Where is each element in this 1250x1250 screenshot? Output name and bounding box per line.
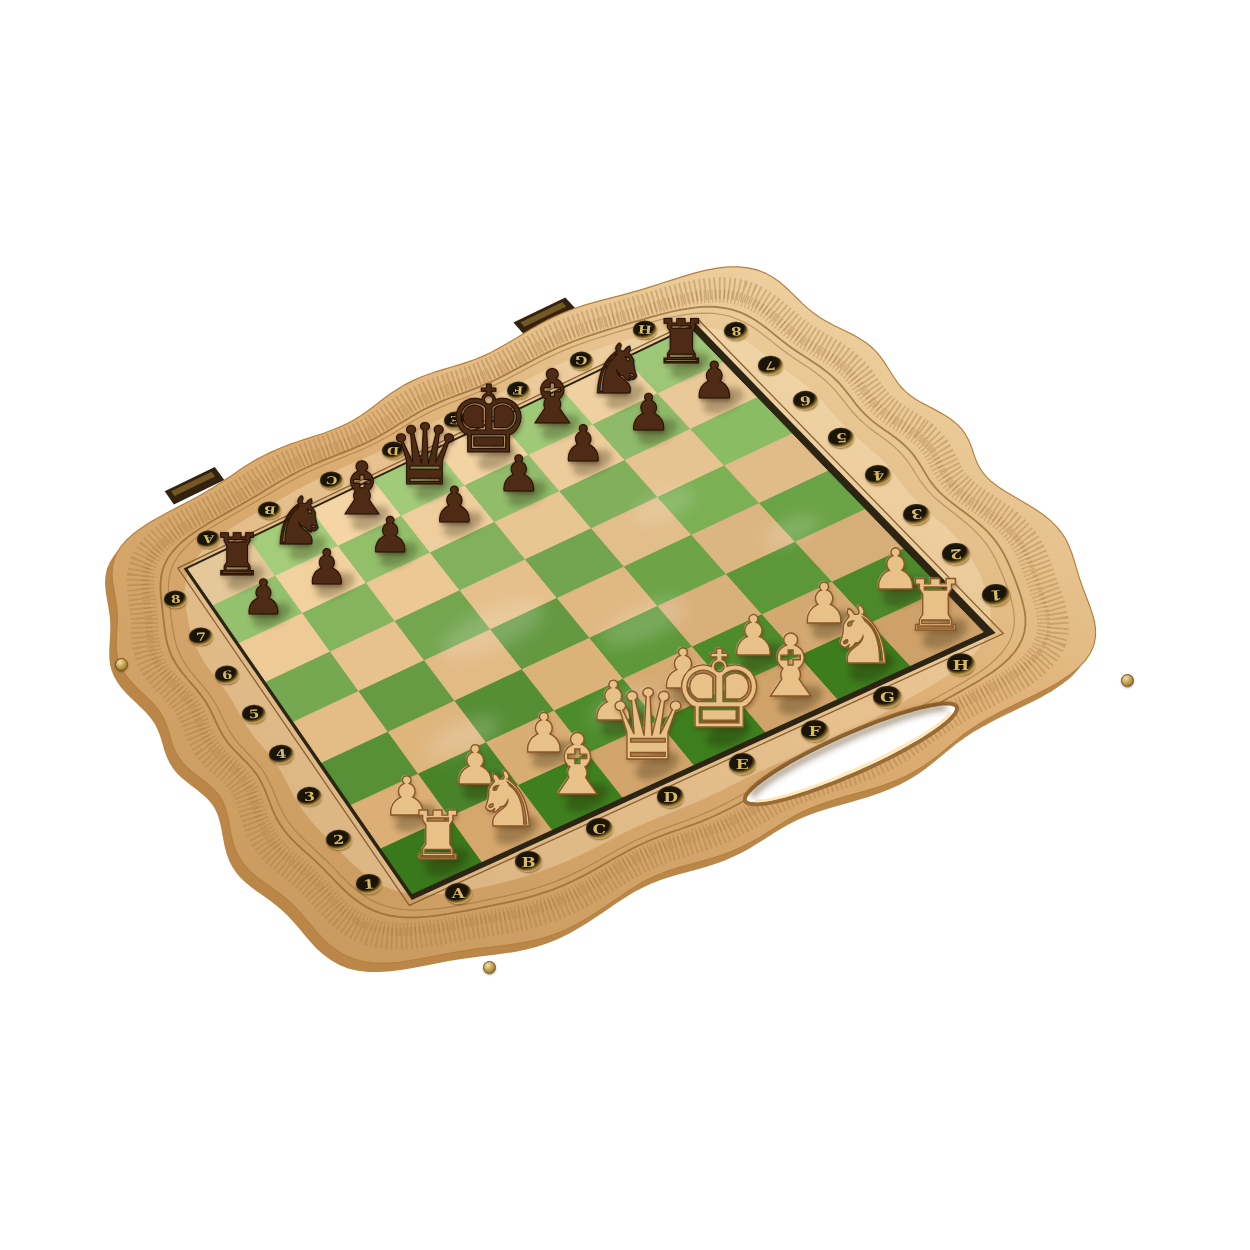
chess-case-photo: 88AA77BB66CC55DD44EE33FF22GG11HH ♜♞♟♝♟♚♟…	[0, 0, 1250, 1250]
wooden-case	[0, 0, 1250, 1250]
rank-label-left-6: 6	[215, 665, 239, 684]
file-label-bottom-f: F	[801, 720, 829, 742]
white-knight[interactable]: ♞	[827, 596, 898, 676]
black-pawn[interactable]: ♟	[432, 481, 476, 530]
rank-label-right-5: 5	[828, 428, 854, 448]
black-pawn[interactable]: ♟	[561, 419, 606, 469]
file-label-bottom-b: B	[515, 851, 542, 872]
black-pawn[interactable]: ♟	[368, 512, 412, 561]
black-pawn[interactable]: ♟	[496, 450, 541, 500]
white-bishop[interactable]: ♝	[540, 722, 615, 806]
white-knight[interactable]: ♞	[473, 762, 542, 839]
black-pawn[interactable]: ♟	[626, 388, 671, 439]
rank-label-left-7: 7	[189, 627, 212, 645]
rank-label-left-2: 2	[326, 829, 352, 849]
white-queen[interactable]: ♛	[604, 678, 691, 776]
black-pawn[interactable]: ♟	[305, 542, 349, 591]
rank-label-right-2: 2	[942, 543, 970, 564]
black-pawn[interactable]: ♟	[242, 573, 285, 621]
latch-pin-left[interactable]	[115, 658, 128, 671]
black-pawn[interactable]: ♟	[692, 356, 738, 407]
file-label-bottom-e: E	[729, 753, 757, 775]
file-label-bottom-a: A	[445, 883, 472, 904]
rank-label-left-1: 1	[356, 873, 382, 894]
white-rook[interactable]: ♜	[903, 571, 966, 642]
latch-pin-front[interactable]	[483, 961, 496, 974]
white-rook[interactable]: ♜	[408, 802, 468, 869]
file-label-bottom-h: H	[947, 653, 976, 675]
rank-label-right-7: 7	[758, 356, 783, 375]
file-label-bottom-d: D	[657, 786, 685, 808]
rank-label-left-8: 8	[164, 590, 187, 608]
rank-label-right-3: 3	[903, 504, 930, 525]
rank-label-left-4: 4	[269, 745, 294, 764]
rank-label-left-3: 3	[297, 787, 322, 807]
